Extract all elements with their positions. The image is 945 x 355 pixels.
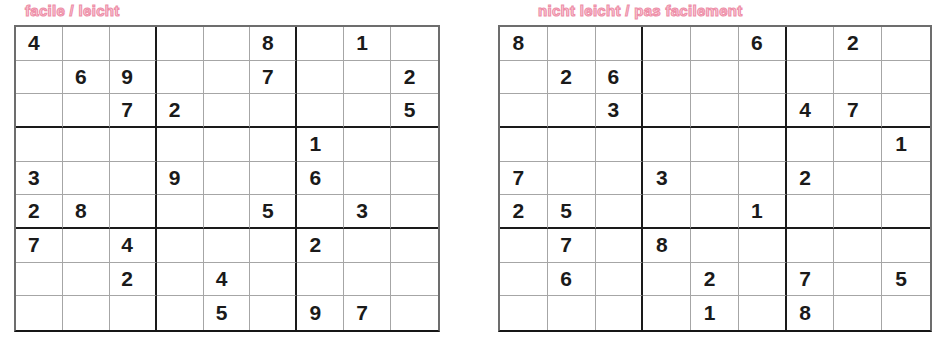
cell-r6c9[interactable] bbox=[391, 195, 438, 229]
sudoku-board-easy: 48169727251396285374224597 bbox=[14, 25, 440, 332]
given-digit: 8 bbox=[799, 301, 811, 325]
given-digit: 3 bbox=[608, 98, 620, 122]
cell-r1c3[interactable] bbox=[596, 27, 644, 61]
cell-r8c2[interactable] bbox=[63, 263, 110, 297]
cell-r6c6[interactable]: 1 bbox=[739, 195, 787, 229]
given-digit: 3 bbox=[356, 199, 368, 223]
cell-r2c7[interactable] bbox=[297, 61, 344, 95]
cell-r8c6[interactable] bbox=[250, 263, 297, 297]
cell-r6c1[interactable]: 2 bbox=[500, 195, 548, 229]
cell-r9c3[interactable] bbox=[110, 296, 157, 330]
cell-r7c7[interactable]: 2 bbox=[297, 229, 344, 263]
cell-r6c4[interactable] bbox=[643, 195, 691, 229]
cell-r1c2[interactable] bbox=[63, 27, 110, 61]
cell-r2c7[interactable] bbox=[787, 61, 835, 95]
cell-r4c6[interactable] bbox=[739, 128, 787, 162]
cell-r9c3[interactable] bbox=[596, 296, 644, 330]
cell-r4c7[interactable]: 1 bbox=[297, 128, 344, 162]
given-digit: 7 bbox=[262, 65, 274, 89]
cell-r1c1[interactable]: 4 bbox=[16, 27, 63, 61]
cell-r2c1[interactable] bbox=[500, 61, 548, 95]
cell-r3c4[interactable]: 2 bbox=[157, 94, 204, 128]
cell-r6c1[interactable]: 2 bbox=[16, 195, 63, 229]
cell-r7c8[interactable] bbox=[834, 229, 882, 263]
cell-r7c4[interactable]: 8 bbox=[643, 229, 691, 263]
cell-r3c1[interactable] bbox=[16, 94, 63, 128]
cell-r2c2[interactable]: 6 bbox=[63, 61, 110, 95]
given-digit: 2 bbox=[404, 65, 416, 89]
cell-r9c6[interactable] bbox=[739, 296, 787, 330]
cell-r6c2[interactable]: 8 bbox=[63, 195, 110, 229]
cell-r2c9[interactable] bbox=[882, 61, 930, 95]
cell-r2c6[interactable] bbox=[739, 61, 787, 95]
given-digit: 5 bbox=[895, 267, 907, 291]
given-digit: 8 bbox=[656, 233, 668, 257]
cell-r7c2[interactable]: 7 bbox=[548, 229, 596, 263]
cell-r2c4[interactable] bbox=[643, 61, 691, 95]
given-digit: 2 bbox=[169, 98, 181, 122]
cell-r6c8[interactable]: 3 bbox=[344, 195, 391, 229]
given-digit: 4 bbox=[216, 267, 228, 291]
given-digit: 6 bbox=[560, 267, 572, 291]
cell-r3c2[interactable] bbox=[548, 94, 596, 128]
cell-r9c2[interactable] bbox=[63, 296, 110, 330]
cell-r2c1[interactable] bbox=[16, 61, 63, 95]
cell-r1c9[interactable] bbox=[391, 27, 438, 61]
cell-r2c5[interactable] bbox=[204, 61, 251, 95]
cell-r7c7[interactable] bbox=[787, 229, 835, 263]
cell-r2c6[interactable]: 7 bbox=[250, 61, 297, 95]
cell-r8c3[interactable]: 2 bbox=[110, 263, 157, 297]
cell-r4c8[interactable] bbox=[344, 128, 391, 162]
given-digit: 2 bbox=[560, 65, 572, 89]
cell-r2c4[interactable] bbox=[157, 61, 204, 95]
cell-r3c8[interactable]: 7 bbox=[834, 94, 882, 128]
given-digit: 2 bbox=[121, 267, 133, 291]
cell-r3c4[interactable] bbox=[643, 94, 691, 128]
cell-r6c8[interactable] bbox=[834, 195, 882, 229]
given-digit: 3 bbox=[656, 166, 668, 190]
cell-r2c8[interactable] bbox=[834, 61, 882, 95]
given-digit: 7 bbox=[799, 267, 811, 291]
cell-r8c4[interactable] bbox=[643, 263, 691, 297]
given-digit: 1 bbox=[356, 31, 368, 55]
cell-r1c6[interactable]: 8 bbox=[250, 27, 297, 61]
cell-r7c9[interactable] bbox=[882, 229, 930, 263]
cell-r5c8[interactable] bbox=[344, 162, 391, 196]
given-digit: 6 bbox=[75, 65, 87, 89]
given-digit: 6 bbox=[751, 31, 763, 55]
cell-r1c4[interactable] bbox=[643, 27, 691, 61]
cell-r8c7[interactable] bbox=[297, 263, 344, 297]
cell-r9c1[interactable] bbox=[500, 296, 548, 330]
given-digit: 7 bbox=[28, 233, 40, 257]
cell-r8c8[interactable] bbox=[344, 263, 391, 297]
given-digit: 7 bbox=[513, 166, 525, 190]
cell-r4c3[interactable] bbox=[110, 128, 157, 162]
cell-r4c3[interactable] bbox=[596, 128, 644, 162]
given-digit: 5 bbox=[404, 98, 416, 122]
cell-r3c1[interactable] bbox=[500, 94, 548, 128]
cell-r1c8[interactable]: 1 bbox=[344, 27, 391, 61]
cell-r8c2[interactable]: 6 bbox=[548, 263, 596, 297]
cell-r8c5[interactable]: 4 bbox=[204, 263, 251, 297]
cell-r2c9[interactable]: 2 bbox=[391, 61, 438, 95]
cell-r7c4[interactable] bbox=[157, 229, 204, 263]
cell-r6c5[interactable] bbox=[204, 195, 251, 229]
cell-r1c6[interactable]: 6 bbox=[739, 27, 787, 61]
given-digit: 2 bbox=[799, 166, 811, 190]
given-digit: 2 bbox=[513, 199, 525, 223]
cell-r6c2[interactable]: 5 bbox=[548, 195, 596, 229]
given-digit: 2 bbox=[704, 267, 716, 291]
given-digit: 4 bbox=[28, 31, 40, 55]
cell-r9c8[interactable]: 7 bbox=[344, 296, 391, 330]
cell-r3c6[interactable] bbox=[250, 94, 297, 128]
cell-r3c9[interactable]: 5 bbox=[391, 94, 438, 128]
cell-r5c6[interactable] bbox=[250, 162, 297, 196]
cell-r7c2[interactable] bbox=[63, 229, 110, 263]
cell-r6c4[interactable] bbox=[157, 195, 204, 229]
cell-r4c2[interactable] bbox=[548, 128, 596, 162]
cell-r3c7[interactable]: 4 bbox=[787, 94, 835, 128]
cell-r5c9[interactable] bbox=[391, 162, 438, 196]
cell-r8c5[interactable]: 2 bbox=[691, 263, 739, 297]
cell-r4c8[interactable] bbox=[834, 128, 882, 162]
given-digit: 6 bbox=[608, 65, 620, 89]
cell-r9c7[interactable]: 8 bbox=[787, 296, 835, 330]
cell-r4c4[interactable] bbox=[643, 128, 691, 162]
cell-r3c5[interactable] bbox=[204, 94, 251, 128]
cell-r5c4[interactable]: 3 bbox=[643, 162, 691, 196]
given-digit: 2 bbox=[847, 31, 859, 55]
cell-r1c1[interactable]: 8 bbox=[500, 27, 548, 61]
cell-r9c4[interactable] bbox=[643, 296, 691, 330]
given-digit: 2 bbox=[28, 199, 40, 223]
cell-r5c3[interactable] bbox=[110, 162, 157, 196]
cell-r9c5[interactable]: 1 bbox=[691, 296, 739, 330]
given-digit: 1 bbox=[309, 132, 321, 156]
given-digit: 9 bbox=[121, 65, 133, 89]
cell-r6c9[interactable] bbox=[882, 195, 930, 229]
cell-r4c1[interactable] bbox=[16, 128, 63, 162]
cell-r6c7[interactable] bbox=[787, 195, 835, 229]
cell-r6c3[interactable] bbox=[110, 195, 157, 229]
cell-r3c6[interactable] bbox=[739, 94, 787, 128]
cell-r1c5[interactable] bbox=[204, 27, 251, 61]
given-digit: 1 bbox=[751, 199, 763, 223]
cell-r5c8[interactable] bbox=[834, 162, 882, 196]
cell-r2c3[interactable]: 6 bbox=[596, 61, 644, 95]
given-digit: 7 bbox=[356, 301, 368, 325]
cell-r9c4[interactable] bbox=[157, 296, 204, 330]
given-digit: 6 bbox=[309, 166, 321, 190]
cell-r5c4[interactable]: 9 bbox=[157, 162, 204, 196]
cell-r3c5[interactable] bbox=[691, 94, 739, 128]
cell-r9c6[interactable] bbox=[250, 296, 297, 330]
sudoku-board-hard: 86226347173225178627518 bbox=[498, 25, 932, 332]
puzzle-title-easy: facile / leicht bbox=[25, 2, 120, 19]
cell-r3c2[interactable] bbox=[63, 94, 110, 128]
given-digit: 5 bbox=[216, 301, 228, 325]
cell-r9c7[interactable]: 9 bbox=[297, 296, 344, 330]
cell-r4c9[interactable]: 1 bbox=[882, 128, 930, 162]
cell-r9c1[interactable] bbox=[16, 296, 63, 330]
given-digit: 9 bbox=[309, 301, 321, 325]
cell-r2c3[interactable]: 9 bbox=[110, 61, 157, 95]
given-digit: 1 bbox=[704, 301, 716, 325]
cell-r1c2[interactable] bbox=[548, 27, 596, 61]
cell-r5c3[interactable] bbox=[596, 162, 644, 196]
cell-r7c3[interactable]: 4 bbox=[110, 229, 157, 263]
cell-r7c5[interactable] bbox=[204, 229, 251, 263]
cell-r4c2[interactable] bbox=[63, 128, 110, 162]
cell-r2c2[interactable]: 2 bbox=[548, 61, 596, 95]
cell-r7c3[interactable] bbox=[596, 229, 644, 263]
cell-r7c9[interactable] bbox=[391, 229, 438, 263]
cell-r1c9[interactable] bbox=[882, 27, 930, 61]
cell-r6c3[interactable] bbox=[596, 195, 644, 229]
cell-r3c3[interactable]: 7 bbox=[110, 94, 157, 128]
page: facile / leicht nicht leicht / pas facil… bbox=[0, 0, 945, 355]
cell-r8c9[interactable] bbox=[391, 263, 438, 297]
cell-r4c4[interactable] bbox=[157, 128, 204, 162]
cell-r7c6[interactable] bbox=[739, 229, 787, 263]
cell-r4c5[interactable] bbox=[691, 128, 739, 162]
cell-r5c7[interactable]: 2 bbox=[787, 162, 835, 196]
cell-r3c8[interactable] bbox=[344, 94, 391, 128]
given-digit: 1 bbox=[895, 132, 907, 156]
cell-r5c2[interactable] bbox=[548, 162, 596, 196]
cell-r5c1[interactable]: 3 bbox=[16, 162, 63, 196]
cell-r1c8[interactable]: 2 bbox=[834, 27, 882, 61]
cell-r7c8[interactable] bbox=[344, 229, 391, 263]
cell-r1c7[interactable] bbox=[787, 27, 835, 61]
cell-r5c7[interactable]: 6 bbox=[297, 162, 344, 196]
cell-r3c3[interactable]: 3 bbox=[596, 94, 644, 128]
given-digit: 8 bbox=[513, 31, 525, 55]
cell-r7c1[interactable]: 7 bbox=[16, 229, 63, 263]
cell-r5c2[interactable] bbox=[63, 162, 110, 196]
cell-r4c1[interactable] bbox=[500, 128, 548, 162]
cell-r8c1[interactable] bbox=[500, 263, 548, 297]
cell-r1c7[interactable] bbox=[297, 27, 344, 61]
cell-r9c9[interactable] bbox=[882, 296, 930, 330]
cell-r2c5[interactable] bbox=[691, 61, 739, 95]
cell-r6c5[interactable] bbox=[691, 195, 739, 229]
cell-r5c5[interactable] bbox=[691, 162, 739, 196]
given-digit: 9 bbox=[169, 166, 181, 190]
cell-r8c1[interactable] bbox=[16, 263, 63, 297]
cell-r5c5[interactable] bbox=[204, 162, 251, 196]
cell-r4c7[interactable] bbox=[787, 128, 835, 162]
given-digit: 7 bbox=[847, 98, 859, 122]
given-digit: 8 bbox=[262, 31, 274, 55]
cell-r7c6[interactable] bbox=[250, 229, 297, 263]
cell-r3c7[interactable] bbox=[297, 94, 344, 128]
cell-r9c9[interactable] bbox=[391, 296, 438, 330]
cell-r1c4[interactable] bbox=[157, 27, 204, 61]
cell-r1c5[interactable] bbox=[691, 27, 739, 61]
given-digit: 5 bbox=[560, 199, 572, 223]
given-digit: 7 bbox=[560, 233, 572, 257]
cell-r4c5[interactable] bbox=[204, 128, 251, 162]
cell-r8c8[interactable] bbox=[834, 263, 882, 297]
cell-r4c9[interactable] bbox=[391, 128, 438, 162]
cell-r8c6[interactable] bbox=[739, 263, 787, 297]
cell-r9c2[interactable] bbox=[548, 296, 596, 330]
given-digit: 8 bbox=[75, 199, 87, 223]
given-digit: 2 bbox=[309, 233, 321, 257]
cell-r3c9[interactable] bbox=[882, 94, 930, 128]
given-digit: 5 bbox=[262, 199, 274, 223]
cell-r4c6[interactable] bbox=[250, 128, 297, 162]
cell-r6c7[interactable] bbox=[297, 195, 344, 229]
cell-r2c8[interactable] bbox=[344, 61, 391, 95]
cell-r5c1[interactable]: 7 bbox=[500, 162, 548, 196]
given-digit: 4 bbox=[799, 98, 811, 122]
cell-r8c3[interactable] bbox=[596, 263, 644, 297]
given-digit: 7 bbox=[121, 98, 133, 122]
cell-r1c3[interactable] bbox=[110, 27, 157, 61]
puzzle-title-hard: nicht leicht / pas facilement bbox=[538, 2, 743, 19]
cell-r5c9[interactable] bbox=[882, 162, 930, 196]
cell-r9c8[interactable] bbox=[834, 296, 882, 330]
cell-r6c6[interactable]: 5 bbox=[250, 195, 297, 229]
cell-r5c6[interactable] bbox=[739, 162, 787, 196]
cell-r7c5[interactable] bbox=[691, 229, 739, 263]
cell-r8c4[interactable] bbox=[157, 263, 204, 297]
cell-r7c1[interactable] bbox=[500, 229, 548, 263]
given-digit: 4 bbox=[121, 233, 133, 257]
cell-r8c9[interactable]: 5 bbox=[882, 263, 930, 297]
given-digit: 3 bbox=[28, 166, 40, 190]
cell-r9c5[interactable]: 5 bbox=[204, 296, 251, 330]
cell-r8c7[interactable]: 7 bbox=[787, 263, 835, 297]
